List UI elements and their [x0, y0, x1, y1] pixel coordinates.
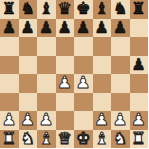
square-e2[interactable]: [74, 111, 93, 130]
square-f8[interactable]: ♝: [93, 0, 112, 19]
square-f2[interactable]: ♟: [93, 111, 112, 130]
piece-black-pawn: ♟: [113, 19, 128, 37]
square-g2[interactable]: ♟: [111, 111, 130, 130]
piece-black-pawn: ♟: [39, 19, 54, 37]
square-f3[interactable]: [93, 93, 112, 112]
piece-black-pawn: ♟: [131, 56, 146, 74]
square-e6[interactable]: [74, 37, 93, 56]
piece-white-knight: ♞: [113, 130, 128, 148]
square-c6[interactable]: [37, 37, 56, 56]
piece-black-knight: ♞: [20, 0, 35, 18]
square-b3[interactable]: [19, 93, 38, 112]
square-h7[interactable]: [130, 19, 149, 38]
square-h1[interactable]: ♜: [130, 130, 149, 149]
square-f6[interactable]: [93, 37, 112, 56]
square-c2[interactable]: ♟: [37, 111, 56, 130]
piece-black-rook: ♜: [2, 0, 17, 18]
piece-black-pawn: ♟: [57, 19, 72, 37]
square-f4[interactable]: [93, 74, 112, 93]
square-h4[interactable]: [130, 74, 149, 93]
piece-black-pawn: ♟: [2, 19, 17, 37]
piece-white-pawn: ♟: [57, 74, 72, 92]
square-e7[interactable]: ♟: [74, 19, 93, 38]
piece-black-knight: ♞: [113, 0, 128, 18]
piece-black-rook: ♜: [131, 0, 146, 18]
piece-black-pawn: ♟: [20, 19, 35, 37]
square-b7[interactable]: ♟: [19, 19, 38, 38]
square-g7[interactable]: ♟: [111, 19, 130, 38]
square-a8[interactable]: ♜: [0, 0, 19, 19]
square-c7[interactable]: ♟: [37, 19, 56, 38]
square-f1[interactable]: ♝: [93, 130, 112, 149]
square-f5[interactable]: [93, 56, 112, 75]
square-a7[interactable]: ♟: [0, 19, 19, 38]
square-e4[interactable]: ♟: [74, 74, 93, 93]
square-c8[interactable]: ♝: [37, 0, 56, 19]
square-c3[interactable]: [37, 93, 56, 112]
square-h6[interactable]: [130, 37, 149, 56]
piece-white-pawn: ♟: [20, 111, 35, 129]
square-b6[interactable]: [19, 37, 38, 56]
piece-white-bishop: ♝: [94, 130, 109, 148]
square-d7[interactable]: ♟: [56, 19, 75, 38]
square-h2[interactable]: ♟: [130, 111, 149, 130]
square-b2[interactable]: ♟: [19, 111, 38, 130]
square-g8[interactable]: ♞: [111, 0, 130, 19]
square-g6[interactable]: [111, 37, 130, 56]
square-c5[interactable]: [37, 56, 56, 75]
square-d5[interactable]: [56, 56, 75, 75]
square-h3[interactable]: [130, 93, 149, 112]
piece-black-pawn: ♟: [76, 19, 91, 37]
piece-white-queen: ♛: [57, 130, 72, 148]
piece-black-bishop: ♝: [94, 0, 109, 18]
piece-white-pawn: ♟: [76, 74, 91, 92]
square-d8[interactable]: ♛: [56, 0, 75, 19]
piece-white-pawn: ♟: [94, 111, 109, 129]
square-a6[interactable]: [0, 37, 19, 56]
piece-white-pawn: ♟: [39, 111, 54, 129]
square-c1[interactable]: ♝: [37, 130, 56, 149]
square-a2[interactable]: ♟: [0, 111, 19, 130]
chess-board: ♜♞♝♛♚♝♞♜♟♟♟♟♟♟♟♟♟♟♟♟♟♟♟♟♜♞♝♛♚♝♞♜: [0, 0, 148, 148]
square-g1[interactable]: ♞: [111, 130, 130, 149]
piece-white-knight: ♞: [20, 130, 35, 148]
piece-white-bishop: ♝: [39, 130, 54, 148]
square-b1[interactable]: ♞: [19, 130, 38, 149]
square-d3[interactable]: [56, 93, 75, 112]
square-d2[interactable]: [56, 111, 75, 130]
square-d4[interactable]: ♟: [56, 74, 75, 93]
square-a5[interactable]: [0, 56, 19, 75]
square-b8[interactable]: ♞: [19, 0, 38, 19]
piece-white-rook: ♜: [131, 130, 146, 148]
piece-black-king: ♚: [76, 0, 91, 18]
square-h8[interactable]: ♜: [130, 0, 149, 19]
square-g5[interactable]: [111, 56, 130, 75]
square-b5[interactable]: [19, 56, 38, 75]
piece-white-rook: ♜: [2, 130, 17, 148]
square-a4[interactable]: [0, 74, 19, 93]
square-e5[interactable]: [74, 56, 93, 75]
square-e8[interactable]: ♚: [74, 0, 93, 19]
square-d6[interactable]: [56, 37, 75, 56]
square-h5[interactable]: ♟: [130, 56, 149, 75]
square-e1[interactable]: ♚: [74, 130, 93, 149]
piece-black-queen: ♛: [57, 0, 72, 18]
square-d1[interactable]: ♛: [56, 130, 75, 149]
piece-black-bishop: ♝: [39, 0, 54, 18]
square-b4[interactable]: [19, 74, 38, 93]
square-c4[interactable]: [37, 74, 56, 93]
piece-white-pawn: ♟: [2, 111, 17, 129]
square-g4[interactable]: [111, 74, 130, 93]
square-f7[interactable]: ♟: [93, 19, 112, 38]
square-a1[interactable]: ♜: [0, 130, 19, 149]
piece-white-king: ♚: [76, 130, 91, 148]
square-e3[interactable]: [74, 93, 93, 112]
piece-black-pawn: ♟: [94, 19, 109, 37]
square-a3[interactable]: [0, 93, 19, 112]
square-g3[interactable]: [111, 93, 130, 112]
piece-white-pawn: ♟: [131, 111, 146, 129]
piece-white-pawn: ♟: [113, 111, 128, 129]
